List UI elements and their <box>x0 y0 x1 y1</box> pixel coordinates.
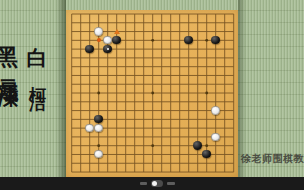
white-stone <box>94 150 103 158</box>
player-bar-left-label <box>140 182 147 185</box>
black-stone <box>184 36 193 44</box>
candidate-move-triangle-marker <box>114 29 120 34</box>
white-stone <box>211 106 220 114</box>
black-player-name: 元晟溱 <box>0 63 18 72</box>
toggle-knob-icon <box>152 181 157 186</box>
white-stone <box>94 27 103 35</box>
player-bar-right-label <box>167 182 175 185</box>
stones-grid <box>67 10 238 177</box>
player-toggle[interactable] <box>151 180 163 187</box>
black-stone <box>85 45 94 53</box>
white-stone <box>103 36 112 44</box>
go-board[interactable] <box>66 10 238 178</box>
black-stone <box>112 36 121 44</box>
white-stone <box>94 124 103 132</box>
white-player-name: 柯洁 <box>29 72 46 88</box>
white-stone <box>85 124 94 132</box>
white-stone <box>211 133 220 141</box>
black-stone <box>103 45 112 53</box>
player-controls <box>140 181 175 187</box>
candidate-move-dot-marker <box>97 38 101 42</box>
board-left-shadow <box>56 0 66 177</box>
video-frame: 黑 元晟溱 白 柯洁 徐老师围棋教学 <box>0 0 304 190</box>
board-right-shadow <box>238 0 246 177</box>
watermark-text: 徐老师围棋教学 <box>241 152 304 166</box>
black-stone <box>94 115 103 123</box>
black-stone <box>193 141 202 149</box>
player-control-bar <box>0 177 304 190</box>
black-stone <box>202 150 211 158</box>
black-stone <box>211 36 220 44</box>
